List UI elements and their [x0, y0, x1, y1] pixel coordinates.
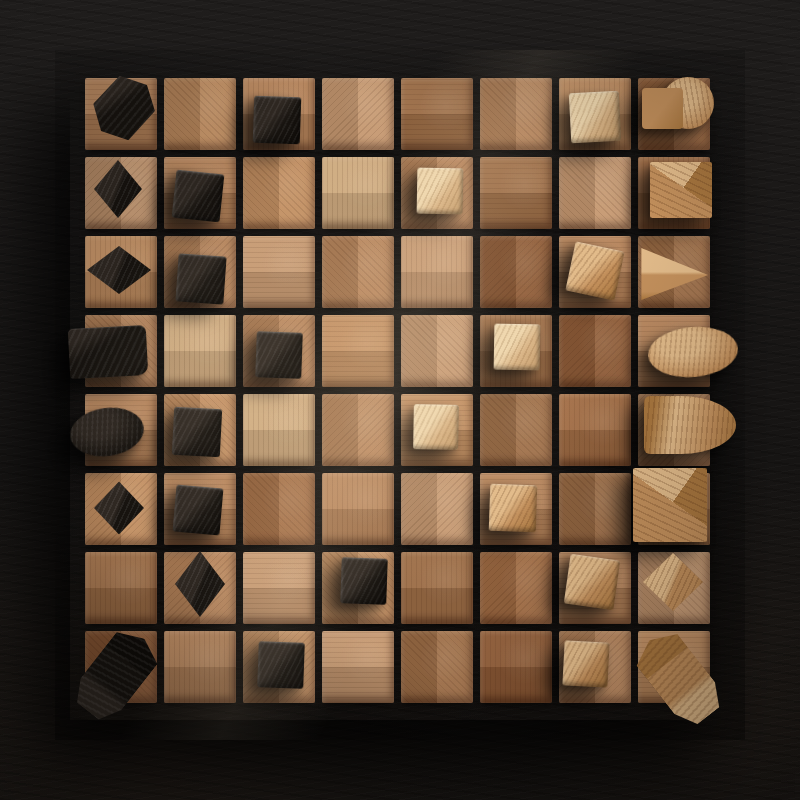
piece-natural-cylinder-r1c8[interactable] — [662, 77, 714, 129]
square-r5c3[interactable] — [243, 394, 315, 466]
piece-natural-cube-r2c5[interactable] — [417, 168, 464, 215]
square-r4c4[interactable] — [322, 315, 394, 387]
square-r7c6[interactable] — [480, 552, 552, 624]
piece-black-cube-r8c3[interactable] — [257, 641, 305, 689]
piece-natural-cube-r3c7[interactable] — [565, 241, 624, 300]
square-r7c3[interactable] — [243, 552, 315, 624]
square-r6c5[interactable] — [401, 473, 473, 545]
square-r6c7[interactable] — [559, 473, 631, 545]
piece-natural-cube-r1c7[interactable] — [569, 91, 622, 144]
piece-black-cube-r6c2[interactable] — [173, 485, 224, 536]
square-r2c6[interactable] — [480, 157, 552, 229]
piece-natural-pyramid-r2c8[interactable] — [650, 162, 712, 218]
piece-black-cube-r1c3[interactable] — [253, 96, 302, 145]
square-r7c5[interactable] — [401, 552, 473, 624]
square-r3c3[interactable] — [243, 236, 315, 308]
piece-black-slab-r4c1[interactable] — [68, 325, 149, 379]
square-r7c1[interactable] — [85, 552, 157, 624]
square-r8c4[interactable] — [322, 631, 394, 703]
square-r5c7[interactable] — [559, 394, 631, 466]
square-r2c4[interactable] — [322, 157, 394, 229]
square-r5c6[interactable] — [480, 394, 552, 466]
piece-black-cube-r5c2[interactable] — [172, 407, 222, 457]
piece-natural-pyramid-r6c8[interactable] — [633, 468, 707, 542]
square-r1c5[interactable] — [401, 78, 473, 150]
square-r3c4[interactable] — [322, 236, 394, 308]
square-r4c2[interactable] — [164, 315, 236, 387]
board — [85, 78, 710, 703]
square-r6c4[interactable] — [322, 473, 394, 545]
piece-black-cube-r4c3[interactable] — [255, 331, 303, 379]
piece-natural-cube-r6c6[interactable] — [489, 484, 538, 533]
square-r8c2[interactable] — [164, 631, 236, 703]
square-r6c3[interactable] — [243, 473, 315, 545]
piece-natural-cube-r8c7[interactable] — [562, 640, 609, 687]
square-r4c5[interactable] — [401, 315, 473, 387]
square-r3c5[interactable] — [401, 236, 473, 308]
square-r8c5[interactable] — [401, 631, 473, 703]
photo-canvas — [0, 0, 800, 800]
piece-black-cube-r3c2[interactable] — [175, 253, 226, 304]
piece-natural-cube-r7c7[interactable] — [564, 554, 620, 610]
square-r3c6[interactable] — [480, 236, 552, 308]
square-r1c2[interactable] — [164, 78, 236, 150]
square-r1c6[interactable] — [480, 78, 552, 150]
piece-natural-cube-r4c6[interactable] — [494, 324, 541, 371]
square-r8c6[interactable] — [480, 631, 552, 703]
piece-black-cube-r2c2[interactable] — [172, 170, 225, 223]
piece-black-cube-r7c4[interactable] — [340, 557, 388, 605]
square-r5c4[interactable] — [322, 394, 394, 466]
square-r2c7[interactable] — [559, 157, 631, 229]
square-r1c4[interactable] — [322, 78, 394, 150]
piece-natural-cube-r5c5[interactable] — [413, 404, 459, 450]
square-r4c7[interactable] — [559, 315, 631, 387]
square-r2c3[interactable] — [243, 157, 315, 229]
